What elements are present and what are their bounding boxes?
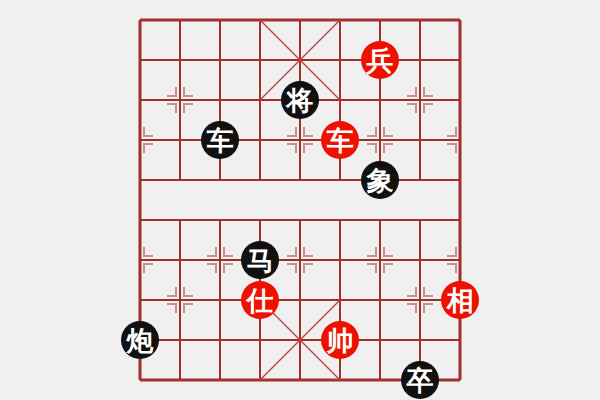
piece-black-elephant[interactable]: 象: [361, 161, 399, 199]
pieces-layer: 兵将车车象马仕相炮帅卒: [120, 0, 480, 400]
piece-red-advisor[interactable]: 仕: [241, 281, 279, 319]
piece-red-elephant[interactable]: 相: [441, 281, 479, 319]
piece-red-general[interactable]: 帅: [321, 321, 359, 359]
app-canvas: 兵将车车象马仕相炮帅卒: [0, 0, 600, 400]
piece-black-general[interactable]: 将: [281, 81, 319, 119]
piece-red-chariot[interactable]: 车: [321, 121, 359, 159]
piece-black-horse[interactable]: 马: [241, 241, 279, 279]
piece-black-chariot[interactable]: 车: [201, 121, 239, 159]
piece-black-soldier[interactable]: 卒: [401, 361, 439, 399]
piece-red-soldier[interactable]: 兵: [361, 41, 399, 79]
piece-black-cannon[interactable]: 炮: [121, 321, 159, 359]
